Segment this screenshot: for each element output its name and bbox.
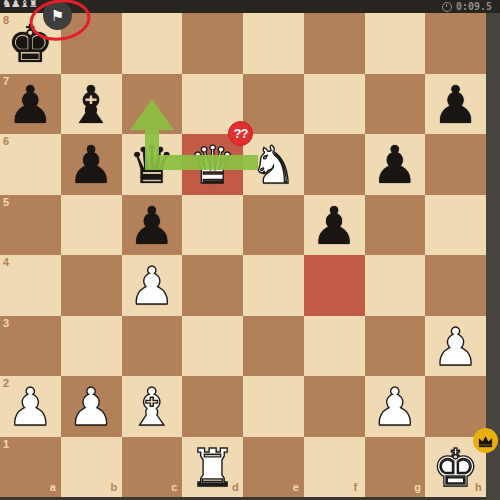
blunder-badge: ?? xyxy=(228,121,253,146)
square-d3[interactable] xyxy=(182,316,243,377)
square-a1[interactable] xyxy=(0,437,61,498)
square-a3[interactable] xyxy=(0,316,61,377)
square-e3[interactable] xyxy=(243,316,304,377)
square-c3[interactable] xyxy=(122,316,183,377)
square-b3[interactable] xyxy=(61,316,122,377)
square-f8[interactable] xyxy=(304,13,365,74)
square-g1[interactable] xyxy=(365,437,426,498)
piece-white-pawn[interactable]: ♟ xyxy=(61,376,122,437)
piece-black-queen[interactable]: ♛ xyxy=(122,134,183,195)
square-d4[interactable] xyxy=(182,255,243,316)
chess-app: ♞♟♝♜ 0:09.5 87654321abcdefgh♚♟♝♟♟♛♛♞♟♟♟♟… xyxy=(0,0,500,500)
piece-white-knight[interactable]: ♞ xyxy=(243,134,304,195)
square-f4[interactable] xyxy=(304,255,365,316)
piece-white-pawn[interactable]: ♟ xyxy=(122,255,183,316)
square-b1[interactable] xyxy=(61,437,122,498)
square-h5[interactable] xyxy=(425,195,486,256)
square-g4[interactable] xyxy=(365,255,426,316)
piece-black-pawn[interactable]: ♟ xyxy=(61,134,122,195)
flag-badge: ⚑ xyxy=(43,1,72,30)
clock-icon xyxy=(442,2,452,12)
piece-white-rook[interactable]: ♜ xyxy=(182,437,243,498)
square-d5[interactable] xyxy=(182,195,243,256)
square-f2[interactable] xyxy=(304,376,365,437)
flag-icon: ⚑ xyxy=(51,7,64,25)
square-c7[interactable] xyxy=(122,74,183,135)
top-bar: ♞♟♝♜ 0:09.5 xyxy=(0,0,500,13)
square-b4[interactable] xyxy=(61,255,122,316)
square-e5[interactable] xyxy=(243,195,304,256)
piece-black-pawn[interactable]: ♟ xyxy=(122,195,183,256)
clock: 0:09.5 xyxy=(442,0,492,13)
square-e2[interactable] xyxy=(243,376,304,437)
square-g8[interactable] xyxy=(365,13,426,74)
square-e7[interactable] xyxy=(243,74,304,135)
square-f7[interactable] xyxy=(304,74,365,135)
square-c1[interactable] xyxy=(122,437,183,498)
square-d2[interactable] xyxy=(182,376,243,437)
piece-black-pawn[interactable]: ♟ xyxy=(425,74,486,135)
square-f6[interactable] xyxy=(304,134,365,195)
square-c8[interactable] xyxy=(122,13,183,74)
square-h6[interactable] xyxy=(425,134,486,195)
square-a4[interactable] xyxy=(0,255,61,316)
square-h4[interactable] xyxy=(425,255,486,316)
square-h2[interactable] xyxy=(425,376,486,437)
square-g7[interactable] xyxy=(365,74,426,135)
square-d8[interactable] xyxy=(182,13,243,74)
piece-black-pawn[interactable]: ♟ xyxy=(365,134,426,195)
piece-black-bishop[interactable]: ♝ xyxy=(61,74,122,135)
square-f3[interactable] xyxy=(304,316,365,377)
square-h8[interactable] xyxy=(425,13,486,74)
square-g5[interactable] xyxy=(365,195,426,256)
chess-board: 87654321abcdefgh♚♟♝♟♟♛♛♞♟♟♟♟♟♟♟♝♟♜♚ xyxy=(0,13,486,497)
piece-white-pawn[interactable]: ♟ xyxy=(425,316,486,377)
piece-black-pawn[interactable]: ♟ xyxy=(0,74,61,135)
square-a6[interactable] xyxy=(0,134,61,195)
piece-black-pawn[interactable]: ♟ xyxy=(304,195,365,256)
crown-icon xyxy=(477,434,494,448)
square-a5[interactable] xyxy=(0,195,61,256)
captured-pieces-tray: ♞♟♝♜ xyxy=(2,0,37,10)
piece-white-bishop[interactable]: ♝ xyxy=(122,376,183,437)
square-e1[interactable] xyxy=(243,437,304,498)
square-e4[interactable] xyxy=(243,255,304,316)
square-g3[interactable] xyxy=(365,316,426,377)
right-frame-strip xyxy=(486,13,500,500)
piece-white-pawn[interactable]: ♟ xyxy=(0,376,61,437)
piece-white-pawn[interactable]: ♟ xyxy=(365,376,426,437)
double-question-text: ?? xyxy=(234,126,248,141)
winner-crown-badge xyxy=(473,428,498,453)
square-f1[interactable] xyxy=(304,437,365,498)
clock-text: 0:09.5 xyxy=(456,1,492,12)
square-e8[interactable] xyxy=(243,13,304,74)
square-b5[interactable] xyxy=(61,195,122,256)
